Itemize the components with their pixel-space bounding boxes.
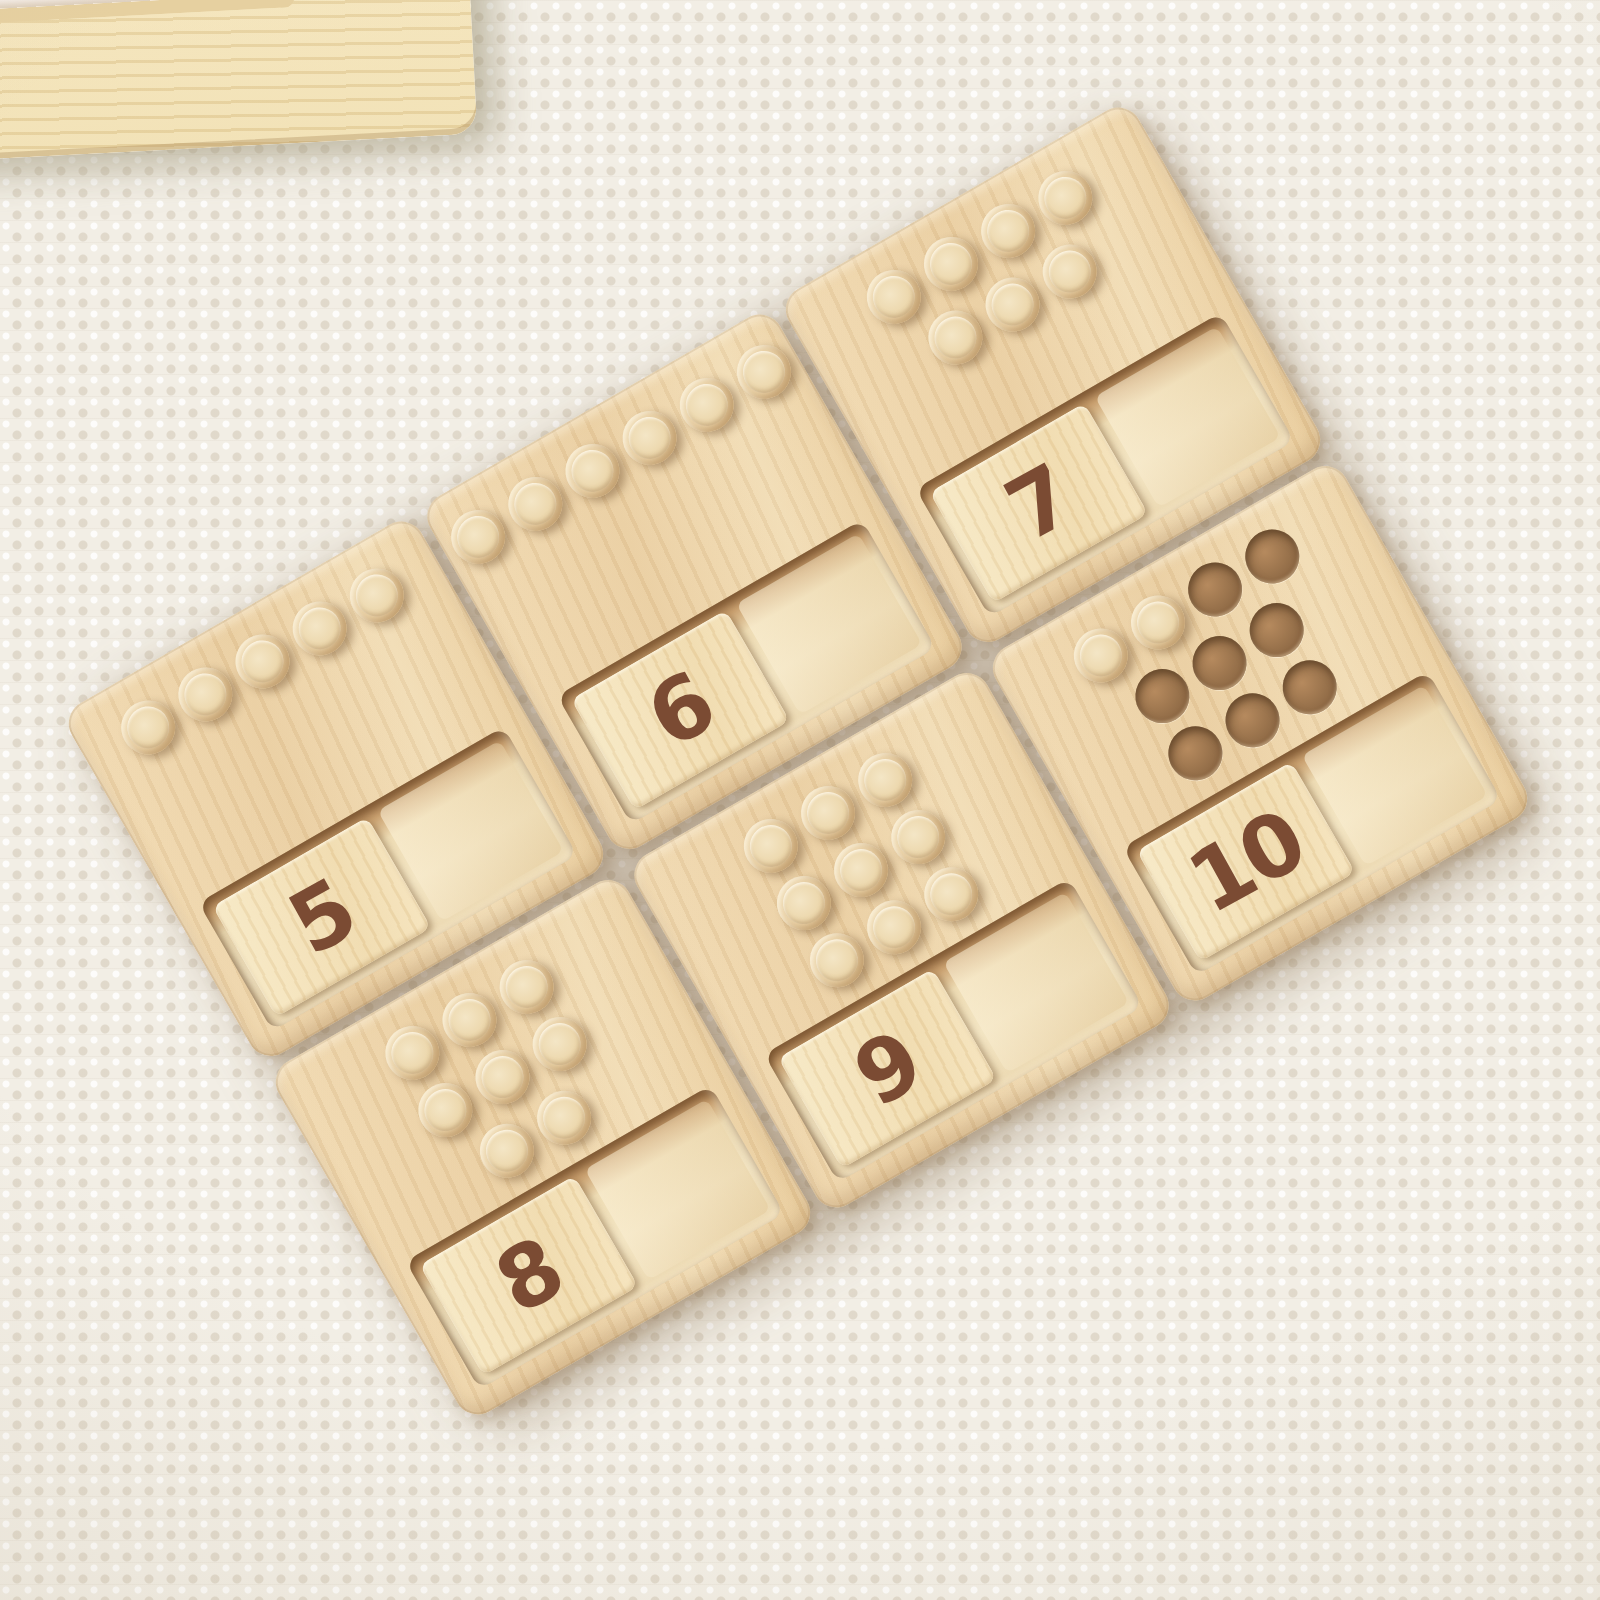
peg-hole (1178, 553, 1252, 627)
peg-hole (1125, 659, 1199, 733)
peg-hole (1240, 593, 1314, 667)
peg[interactable] (490, 950, 564, 1024)
peg[interactable] (670, 368, 744, 442)
peg[interactable] (976, 268, 1050, 342)
peg[interactable] (523, 1007, 597, 1081)
peg[interactable] (340, 559, 414, 633)
tile-label-6: 6 (635, 659, 726, 762)
peg[interactable] (498, 467, 572, 541)
peg-hole (1158, 716, 1232, 790)
tile-label-8: 8 (483, 1224, 574, 1327)
peg[interactable] (767, 866, 841, 940)
peg[interactable] (527, 1081, 601, 1155)
peg[interactable] (168, 658, 242, 732)
tile-label-9: 9 (842, 1017, 933, 1120)
tile-label-10: 10 (1175, 796, 1316, 926)
peg-hole (1273, 650, 1347, 724)
peg[interactable] (226, 625, 300, 699)
peg[interactable] (824, 833, 898, 907)
peg[interactable] (470, 1114, 544, 1188)
peg[interactable] (1033, 235, 1107, 309)
peg-hole (1216, 683, 1290, 757)
peg[interactable] (408, 1073, 482, 1147)
tile-label-5: 5 (276, 866, 367, 969)
peg[interactable] (791, 776, 865, 850)
peg[interactable] (800, 923, 874, 997)
peg[interactable] (727, 335, 801, 409)
peg[interactable] (857, 260, 931, 334)
peg[interactable] (1121, 586, 1195, 660)
peg[interactable] (881, 800, 955, 874)
peg[interactable] (433, 983, 507, 1057)
peg[interactable] (918, 301, 992, 375)
peg[interactable] (848, 743, 922, 817)
peg[interactable] (914, 227, 988, 301)
peg-hole (1235, 520, 1309, 594)
peg-hole (1183, 626, 1257, 700)
peg[interactable] (857, 890, 931, 964)
peg[interactable] (441, 500, 515, 574)
peg[interactable] (734, 809, 808, 883)
peg[interactable] (375, 1016, 449, 1090)
peg[interactable] (111, 691, 185, 765)
peg[interactable] (613, 401, 687, 475)
peg[interactable] (466, 1040, 540, 1114)
peg[interactable] (971, 194, 1045, 268)
tile-label-7: 7 (993, 452, 1084, 555)
picture-frame-inner-mat (0, 0, 295, 30)
peg[interactable] (556, 434, 630, 508)
peg[interactable] (1028, 161, 1102, 235)
peg[interactable] (283, 592, 357, 666)
peg[interactable] (914, 857, 988, 931)
peg[interactable] (1064, 619, 1138, 693)
